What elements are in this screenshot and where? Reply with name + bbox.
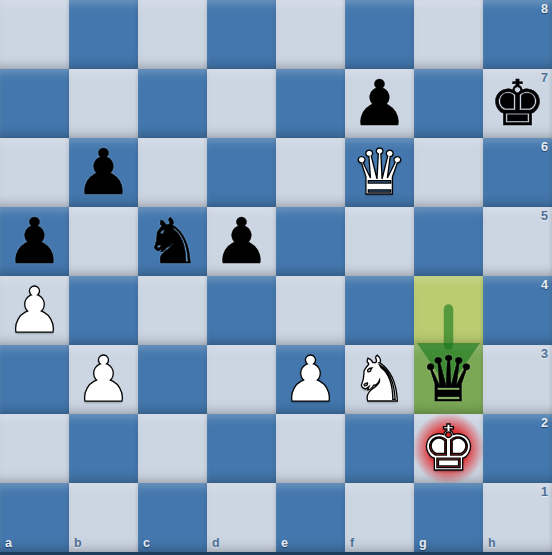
coord-rank-2: 2: [541, 417, 548, 430]
white-pawn[interactable]: ♟: [75, 345, 131, 414]
square-g6[interactable]: [414, 138, 483, 207]
square-h1[interactable]: 1h: [483, 483, 552, 552]
coord-rank-3: 3: [541, 348, 548, 361]
square-g2[interactable]: ♚: [414, 414, 483, 483]
square-b3[interactable]: ♟: [69, 345, 138, 414]
white-king[interactable]: ♚: [420, 414, 476, 483]
square-b2[interactable]: [69, 414, 138, 483]
square-d8[interactable]: [207, 0, 276, 69]
square-a8[interactable]: [0, 0, 69, 69]
white-pawn[interactable]: ♟: [282, 345, 338, 414]
coord-rank-5: 5: [541, 210, 548, 223]
square-h3[interactable]: 3: [483, 345, 552, 414]
coord-rank-1: 1: [541, 486, 548, 499]
square-c1[interactable]: c: [138, 483, 207, 552]
square-e4[interactable]: [276, 276, 345, 345]
black-pawn[interactable]: ♟: [213, 207, 269, 276]
square-c5[interactable]: ♞: [138, 207, 207, 276]
square-b6[interactable]: ♟: [69, 138, 138, 207]
square-d1[interactable]: d: [207, 483, 276, 552]
square-e3[interactable]: ♟: [276, 345, 345, 414]
square-f7[interactable]: ♟: [345, 69, 414, 138]
chess-board: 8♟♚7♟♛6♟♞♟5♟4♟♟♞♛3♚2abcdefg1h: [0, 0, 552, 555]
square-h8[interactable]: 8: [483, 0, 552, 69]
square-e8[interactable]: [276, 0, 345, 69]
black-pawn[interactable]: ♟: [351, 69, 407, 138]
coord-file-c: c: [143, 537, 150, 550]
square-f1[interactable]: f: [345, 483, 414, 552]
square-h2[interactable]: 2: [483, 414, 552, 483]
coord-file-g: g: [419, 537, 427, 550]
square-h6[interactable]: 6: [483, 138, 552, 207]
square-f3[interactable]: ♞: [345, 345, 414, 414]
black-queen[interactable]: ♛: [420, 345, 476, 414]
square-b1[interactable]: b: [69, 483, 138, 552]
square-f5[interactable]: [345, 207, 414, 276]
square-f8[interactable]: [345, 0, 414, 69]
square-g8[interactable]: [414, 0, 483, 69]
square-a5[interactable]: ♟: [0, 207, 69, 276]
square-a1[interactable]: a: [0, 483, 69, 552]
square-b7[interactable]: [69, 69, 138, 138]
black-pawn[interactable]: ♟: [6, 207, 62, 276]
square-a7[interactable]: [0, 69, 69, 138]
white-queen[interactable]: ♛: [351, 138, 407, 207]
square-b5[interactable]: [69, 207, 138, 276]
coord-rank-4: 4: [541, 279, 548, 292]
square-d4[interactable]: [207, 276, 276, 345]
white-pawn[interactable]: ♟: [6, 276, 62, 345]
black-knight[interactable]: ♞: [144, 207, 200, 276]
square-h7[interactable]: ♚7: [483, 69, 552, 138]
white-knight[interactable]: ♞: [351, 345, 407, 414]
square-b4[interactable]: [69, 276, 138, 345]
square-a3[interactable]: [0, 345, 69, 414]
coord-file-f: f: [350, 537, 354, 550]
square-a4[interactable]: ♟: [0, 276, 69, 345]
square-e6[interactable]: [276, 138, 345, 207]
black-pawn[interactable]: ♟: [75, 138, 131, 207]
coord-rank-8: 8: [541, 3, 548, 16]
square-e5[interactable]: [276, 207, 345, 276]
square-c4[interactable]: [138, 276, 207, 345]
square-c3[interactable]: [138, 345, 207, 414]
square-g3[interactable]: ♛: [414, 345, 483, 414]
square-c2[interactable]: [138, 414, 207, 483]
square-g5[interactable]: [414, 207, 483, 276]
coord-file-a: a: [5, 537, 12, 550]
square-f6[interactable]: ♛: [345, 138, 414, 207]
square-c7[interactable]: [138, 69, 207, 138]
square-h4[interactable]: 4: [483, 276, 552, 345]
square-d6[interactable]: [207, 138, 276, 207]
square-c6[interactable]: [138, 138, 207, 207]
coord-file-d: d: [212, 537, 220, 550]
black-king[interactable]: ♚: [489, 69, 545, 138]
square-b8[interactable]: [69, 0, 138, 69]
square-d3[interactable]: [207, 345, 276, 414]
coord-file-e: e: [281, 537, 288, 550]
coord-rank-6: 6: [541, 141, 548, 154]
square-d5[interactable]: ♟: [207, 207, 276, 276]
square-g4[interactable]: [414, 276, 483, 345]
coord-file-b: b: [74, 537, 82, 550]
square-g1[interactable]: g: [414, 483, 483, 552]
square-f2[interactable]: [345, 414, 414, 483]
coord-file-h: h: [488, 537, 496, 550]
square-h5[interactable]: 5: [483, 207, 552, 276]
square-c8[interactable]: [138, 0, 207, 69]
square-d7[interactable]: [207, 69, 276, 138]
square-e1[interactable]: e: [276, 483, 345, 552]
square-e2[interactable]: [276, 414, 345, 483]
square-f4[interactable]: [345, 276, 414, 345]
square-e7[interactable]: [276, 69, 345, 138]
square-d2[interactable]: [207, 414, 276, 483]
board-squares: 8♟♚7♟♛6♟♞♟5♟4♟♟♞♛3♚2abcdefg1h: [0, 0, 552, 552]
square-g7[interactable]: [414, 69, 483, 138]
square-a6[interactable]: [0, 138, 69, 207]
square-a2[interactable]: [0, 414, 69, 483]
